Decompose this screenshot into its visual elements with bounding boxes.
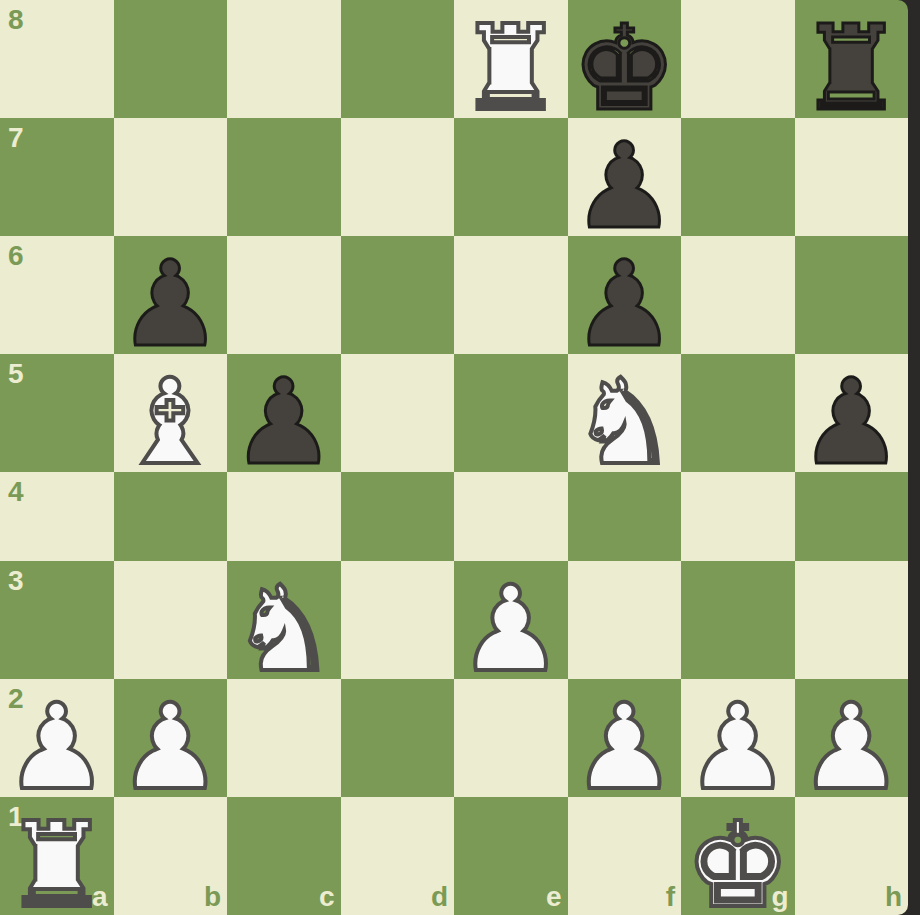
piece-white-pawn[interactable]: ♟ bbox=[798, 688, 904, 806]
piece-white-rook[interactable]: ♜ bbox=[458, 9, 564, 127]
square-a6[interactable]: 6 bbox=[0, 236, 114, 354]
square-e1[interactable]: e bbox=[454, 797, 568, 915]
square-b7[interactable] bbox=[114, 118, 228, 236]
square-b8[interactable] bbox=[114, 0, 228, 118]
file-label-b: b bbox=[204, 883, 221, 911]
piece-white-rook[interactable]: ♜ bbox=[4, 806, 110, 915]
square-d6[interactable] bbox=[341, 236, 455, 354]
piece-white-knight[interactable]: ♞ bbox=[571, 363, 677, 481]
square-b2[interactable]: ♟ bbox=[114, 679, 228, 797]
square-f7[interactable]: ♟ bbox=[568, 118, 682, 236]
square-g4[interactable] bbox=[681, 472, 795, 561]
square-a8[interactable]: 8 bbox=[0, 0, 114, 118]
file-label-h: h bbox=[885, 883, 902, 911]
square-c1[interactable]: c bbox=[227, 797, 341, 915]
square-c3[interactable]: ♞ bbox=[227, 561, 341, 679]
rank-label-8: 8 bbox=[8, 6, 24, 34]
file-label-f: f bbox=[666, 883, 675, 911]
square-e3[interactable]: ♟ bbox=[454, 561, 568, 679]
file-label-c: c bbox=[319, 883, 335, 911]
square-d8[interactable] bbox=[341, 0, 455, 118]
square-d5[interactable] bbox=[341, 354, 455, 472]
square-c5[interactable]: ♟ bbox=[227, 354, 341, 472]
square-f2[interactable]: ♟ bbox=[568, 679, 682, 797]
square-h8[interactable]: ♜ bbox=[795, 0, 909, 118]
piece-white-knight[interactable]: ♞ bbox=[231, 570, 337, 688]
square-h3[interactable] bbox=[795, 561, 909, 679]
square-e5[interactable] bbox=[454, 354, 568, 472]
square-f8[interactable]: ♚ bbox=[568, 0, 682, 118]
square-f3[interactable] bbox=[568, 561, 682, 679]
file-label-d: d bbox=[431, 883, 448, 911]
piece-white-pawn[interactable]: ♟ bbox=[4, 688, 110, 806]
board-edge-background bbox=[908, 0, 920, 915]
piece-black-pawn[interactable]: ♟ bbox=[117, 245, 223, 363]
square-h6[interactable] bbox=[795, 236, 909, 354]
rank-label-7: 7 bbox=[8, 124, 24, 152]
square-g7[interactable] bbox=[681, 118, 795, 236]
square-c8[interactable] bbox=[227, 0, 341, 118]
square-c6[interactable] bbox=[227, 236, 341, 354]
square-a7[interactable]: 7 bbox=[0, 118, 114, 236]
square-a5[interactable]: 5 bbox=[0, 354, 114, 472]
square-g1[interactable]: g♚ bbox=[681, 797, 795, 915]
square-e8[interactable]: ♜ bbox=[454, 0, 568, 118]
rank-label-5: 5 bbox=[8, 360, 24, 388]
square-g3[interactable] bbox=[681, 561, 795, 679]
piece-black-rook[interactable]: ♜ bbox=[798, 9, 904, 127]
piece-white-pawn[interactable]: ♟ bbox=[458, 570, 564, 688]
square-e6[interactable] bbox=[454, 236, 568, 354]
piece-white-king[interactable]: ♚ bbox=[685, 806, 791, 915]
square-d2[interactable] bbox=[341, 679, 455, 797]
chess-board: 8♜♚♜7♟6♟♟5♝♟♞♟43♞♟2♟♟♟♟♟1a♜bcdefg♚h bbox=[0, 0, 908, 915]
piece-white-pawn[interactable]: ♟ bbox=[571, 688, 677, 806]
square-e4[interactable] bbox=[454, 472, 568, 561]
piece-black-pawn[interactable]: ♟ bbox=[798, 363, 904, 481]
square-b5[interactable]: ♝ bbox=[114, 354, 228, 472]
square-f5[interactable]: ♞ bbox=[568, 354, 682, 472]
file-label-e: e bbox=[546, 883, 562, 911]
square-d1[interactable]: d bbox=[341, 797, 455, 915]
square-g5[interactable] bbox=[681, 354, 795, 472]
square-g8[interactable] bbox=[681, 0, 795, 118]
piece-black-pawn[interactable]: ♟ bbox=[571, 245, 677, 363]
square-g6[interactable] bbox=[681, 236, 795, 354]
square-h2[interactable]: ♟ bbox=[795, 679, 909, 797]
piece-white-pawn[interactable]: ♟ bbox=[117, 688, 223, 806]
square-a1[interactable]: 1a♜ bbox=[0, 797, 114, 915]
square-h5[interactable]: ♟ bbox=[795, 354, 909, 472]
piece-white-bishop[interactable]: ♝ bbox=[117, 363, 223, 481]
square-a2[interactable]: 2♟ bbox=[0, 679, 114, 797]
square-a4[interactable]: 4 bbox=[0, 472, 114, 561]
rank-label-3: 3 bbox=[8, 567, 24, 595]
page: 8♜♚♜7♟6♟♟5♝♟♞♟43♞♟2♟♟♟♟♟1a♜bcdefg♚h bbox=[0, 0, 920, 915]
square-b3[interactable] bbox=[114, 561, 228, 679]
piece-black-pawn[interactable]: ♟ bbox=[231, 363, 337, 481]
square-d4[interactable] bbox=[341, 472, 455, 561]
piece-black-pawn[interactable]: ♟ bbox=[571, 127, 677, 245]
square-b6[interactable]: ♟ bbox=[114, 236, 228, 354]
square-a3[interactable]: 3 bbox=[0, 561, 114, 679]
square-g2[interactable]: ♟ bbox=[681, 679, 795, 797]
piece-white-pawn[interactable]: ♟ bbox=[685, 688, 791, 806]
rank-label-4: 4 bbox=[8, 478, 24, 506]
rank-label-6: 6 bbox=[8, 242, 24, 270]
square-f6[interactable]: ♟ bbox=[568, 236, 682, 354]
square-d7[interactable] bbox=[341, 118, 455, 236]
square-c7[interactable] bbox=[227, 118, 341, 236]
piece-black-king[interactable]: ♚ bbox=[571, 9, 677, 127]
square-d3[interactable] bbox=[341, 561, 455, 679]
